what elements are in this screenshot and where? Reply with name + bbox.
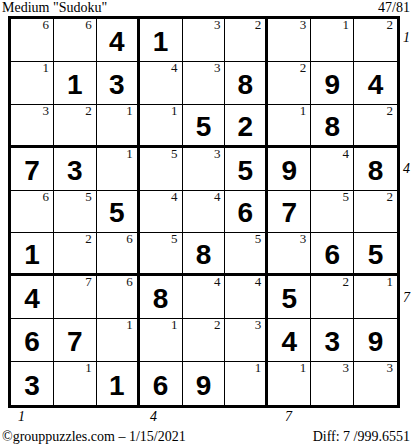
cell-digit: 9 (196, 368, 212, 400)
cell-r2c4[interactable]: 4 (140, 62, 183, 105)
cell-r2c6[interactable]: 8 (225, 62, 268, 105)
cell-digit: 4 (24, 281, 40, 313)
pencil-mark: 2 (85, 232, 92, 246)
difficulty-text: Diff: 7 /999.6551 (313, 429, 410, 444)
row-label-4: 4 (403, 162, 410, 176)
row-label-1: 1 (403, 31, 410, 45)
cell-r1c1[interactable]: 6 (11, 19, 54, 62)
pencil-mark: 1 (171, 318, 178, 332)
cell-digit: 9 (324, 67, 340, 99)
col-label-7: 7 (285, 410, 292, 424)
cell-r1c9[interactable]: 2 (354, 19, 397, 62)
cell-r7c6[interactable]: 4 (225, 276, 268, 319)
pencil-mark: 1 (126, 147, 133, 161)
cell-digit: 1 (109, 368, 125, 400)
pencil-mark: 4 (171, 190, 178, 204)
cell-r6c5[interactable]: 8 (183, 233, 226, 276)
cell-r3c1[interactable]: 3 (11, 105, 54, 148)
cell-r1c8[interactable]: 1 (311, 19, 354, 62)
cell-digit: 1 (24, 237, 40, 269)
pencil-mark: 2 (387, 104, 394, 118)
cell-r4c2[interactable]: 3 (54, 148, 97, 191)
cell-digit: 3 (324, 324, 340, 356)
cell-r6c6[interactable]: 5 (225, 233, 268, 276)
cell-digit: 6 (24, 324, 40, 356)
pencil-mark: 2 (387, 190, 394, 204)
pencil-mark: 3 (300, 18, 307, 32)
pencil-mark: 2 (343, 275, 350, 289)
cell-digit: 1 (67, 67, 83, 99)
empty-cell-counter: 47/81 (378, 0, 410, 15)
cell-r8c6[interactable]: 3 (225, 319, 268, 362)
cell-r8c1[interactable]: 6 (11, 319, 54, 362)
cell-r9c9[interactable]: 3 (354, 362, 397, 405)
cell-r7c2[interactable]: 7 (54, 276, 97, 319)
footer: ©grouppuzzles.com – 1/15/2021 Diff: 7 /9… (2, 429, 410, 444)
cell-digit: 4 (281, 324, 297, 356)
pencil-mark: 6 (42, 190, 49, 204)
pencil-mark: 3 (42, 104, 49, 118)
cell-digit: 5 (281, 281, 297, 313)
pencil-mark: 1 (387, 275, 394, 289)
pencil-mark: 6 (126, 275, 133, 289)
pencil-mark: 5 (255, 232, 262, 246)
pencil-mark: 5 (171, 232, 178, 246)
cell-r7c9[interactable]: 1 (354, 276, 397, 319)
col-label-4: 4 (150, 410, 157, 424)
cell-r2c9[interactable]: 4 (354, 62, 397, 105)
cell-digit: 3 (109, 67, 125, 99)
cell-digit: 9 (281, 153, 297, 185)
pencil-mark: 1 (42, 61, 49, 75)
cell-r7c3[interactable]: 6 (97, 276, 140, 319)
cell-digit: 9 (368, 324, 384, 356)
cell-r8c7[interactable]: 4 (268, 319, 311, 362)
cell-r4c6[interactable]: 5 (225, 148, 268, 191)
cell-r7c7[interactable]: 5 (268, 276, 311, 319)
pencil-mark: 7 (85, 275, 92, 289)
cell-r4c9[interactable]: 8 (354, 148, 397, 191)
pencil-mark: 2 (214, 318, 221, 332)
pencil-mark: 4 (255, 275, 262, 289)
pencil-mark: 1 (171, 104, 178, 118)
cell-r9c6[interactable]: 1 (225, 362, 268, 405)
pencil-mark: 6 (126, 232, 133, 246)
cell-r2c1[interactable]: 1 (11, 62, 54, 105)
col-label-1: 1 (18, 410, 25, 424)
cell-r9c8[interactable]: 3 (311, 362, 354, 405)
pencil-mark: 1 (126, 318, 133, 332)
pencil-mark: 3 (300, 232, 307, 246)
cell-r9c3[interactable]: 1 (97, 362, 140, 405)
cell-r5c7[interactable]: 7 (268, 191, 311, 234)
pencil-mark: 6 (42, 18, 49, 32)
cell-digit: 8 (238, 67, 254, 99)
cell-r5c4[interactable]: 4 (140, 191, 183, 234)
cell-r6c4[interactable]: 5 (140, 233, 183, 276)
pencil-mark: 4 (214, 190, 221, 204)
pencil-mark: 2 (85, 104, 92, 118)
cell-r6c1[interactable]: 1 (11, 233, 54, 276)
cell-r4c4[interactable]: 5 (140, 148, 183, 191)
pencil-mark: 4 (214, 275, 221, 289)
cell-r8c9[interactable]: 9 (354, 319, 397, 362)
cell-r6c3[interactable]: 6 (97, 233, 140, 276)
cell-digit: 6 (153, 368, 169, 400)
cell-r8c4[interactable]: 1 (140, 319, 183, 362)
cell-r9c1[interactable]: 3 (11, 362, 54, 405)
cell-r9c4[interactable]: 6 (140, 362, 183, 405)
cell-r3c3[interactable]: 1 (97, 105, 140, 148)
cell-r1c4[interactable]: 1 (140, 19, 183, 62)
cell-r9c2[interactable]: 1 (54, 362, 97, 405)
cell-digit: 5 (368, 237, 384, 269)
cell-r7c8[interactable]: 2 (311, 276, 354, 319)
pencil-mark: 5 (343, 190, 350, 204)
cell-r9c7[interactable]: 1 (268, 362, 311, 405)
cell-r5c3[interactable]: 5 (97, 191, 140, 234)
pencil-mark: 1 (343, 18, 350, 32)
cell-r7c5[interactable]: 4 (183, 276, 226, 319)
cell-r7c1[interactable]: 4 (11, 276, 54, 319)
cell-r5c5[interactable]: 4 (183, 191, 226, 234)
pencil-mark: 2 (300, 61, 307, 75)
cell-digit: 7 (67, 324, 83, 356)
cell-r3c8[interactable]: 8 (311, 105, 354, 148)
pencil-mark: 4 (171, 61, 178, 75)
pencil-mark: 3 (255, 318, 262, 332)
pencil-mark: 2 (255, 18, 262, 32)
pencil-mark: 2 (387, 18, 394, 32)
pencil-mark: 4 (343, 147, 350, 161)
cell-digit: 8 (196, 237, 212, 269)
pencil-mark: 5 (171, 147, 178, 161)
cell-r2c2[interactable]: 1 (54, 62, 97, 105)
pencil-mark: 1 (126, 104, 133, 118)
cell-r5c9[interactable]: 2 (354, 191, 397, 234)
cell-r4c3[interactable]: 1 (97, 148, 140, 191)
pencil-mark: 1 (300, 361, 307, 375)
cell-digit: 6 (324, 237, 340, 269)
cell-r8c8[interactable]: 3 (311, 319, 354, 362)
row-label-7: 7 (403, 291, 410, 305)
cell-r1c3[interactable]: 4 (97, 19, 140, 62)
cell-r4c8[interactable]: 4 (311, 148, 354, 191)
pencil-mark: 3 (387, 361, 394, 375)
sudoku-board: 6641323121134382943211521827315359486554… (8, 16, 400, 408)
cell-r2c5[interactable]: 3 (183, 62, 226, 105)
pencil-mark: 1 (255, 361, 262, 375)
cell-r7c4[interactable]: 8 (140, 276, 183, 319)
cell-r4c1[interactable]: 7 (11, 148, 54, 191)
cell-r5c2[interactable]: 5 (54, 191, 97, 234)
cell-digit: 4 (109, 24, 125, 56)
cell-r3c6[interactable]: 2 (225, 105, 268, 148)
cell-digit: 8 (324, 109, 340, 141)
cell-r5c1[interactable]: 6 (11, 191, 54, 234)
cell-r6c7[interactable]: 3 (268, 233, 311, 276)
cell-r2c8[interactable]: 9 (311, 62, 354, 105)
sudoku-page: Medium "Sudoku" 47/81 664132312113438294… (0, 0, 412, 445)
page-title: Medium "Sudoku" (2, 0, 107, 15)
cell-r2c3[interactable]: 3 (97, 62, 140, 105)
cell-digit: 4 (368, 67, 384, 99)
cell-r3c4[interactable]: 1 (140, 105, 183, 148)
cell-r8c5[interactable]: 2 (183, 319, 226, 362)
cell-r6c9[interactable]: 5 (354, 233, 397, 276)
pencil-mark: 1 (85, 361, 92, 375)
copyright-text: ©grouppuzzles.com – 1/15/2021 (2, 429, 186, 444)
cell-r4c5[interactable]: 3 (183, 148, 226, 191)
header: Medium "Sudoku" 47/81 (2, 0, 410, 15)
pencil-mark: 3 (214, 18, 221, 32)
cell-digit: 2 (238, 109, 254, 141)
cell-r6c2[interactable]: 2 (54, 233, 97, 276)
pencil-mark: 3 (214, 61, 221, 75)
cell-digit: 7 (24, 153, 40, 185)
cell-digit: 3 (67, 153, 83, 185)
cell-r2c7[interactable]: 2 (268, 62, 311, 105)
pencil-mark: 6 (85, 18, 92, 32)
cell-r5c8[interactable]: 5 (311, 191, 354, 234)
cell-r5c6[interactable]: 6 (225, 191, 268, 234)
cell-r1c7[interactable]: 3 (268, 19, 311, 62)
pencil-mark: 5 (85, 190, 92, 204)
cell-r3c5[interactable]: 5 (183, 105, 226, 148)
cell-digit: 5 (238, 153, 254, 185)
cell-r1c6[interactable]: 2 (225, 19, 268, 62)
cell-digit: 6 (238, 195, 254, 227)
cell-digit: 7 (281, 195, 297, 227)
cell-r1c5[interactable]: 3 (183, 19, 226, 62)
cell-digit: 8 (368, 153, 384, 185)
cell-r8c3[interactable]: 1 (97, 319, 140, 362)
cell-r8c2[interactable]: 7 (54, 319, 97, 362)
cell-digit: 5 (109, 195, 125, 227)
cell-r3c9[interactable]: 2 (354, 105, 397, 148)
cell-digit: 5 (196, 109, 212, 141)
cell-digit: 3 (24, 368, 40, 400)
cell-r3c7[interactable]: 1 (268, 105, 311, 148)
cell-r4c7[interactable]: 9 (268, 148, 311, 191)
cell-r6c8[interactable]: 6 (311, 233, 354, 276)
cell-digit: 1 (153, 24, 169, 56)
pencil-mark: 3 (343, 361, 350, 375)
pencil-mark: 3 (214, 147, 221, 161)
cell-r3c2[interactable]: 2 (54, 105, 97, 148)
cell-r9c5[interactable]: 9 (183, 362, 226, 405)
pencil-mark: 1 (300, 104, 307, 118)
cell-r1c2[interactable]: 6 (54, 19, 97, 62)
cell-digit: 8 (153, 281, 169, 313)
